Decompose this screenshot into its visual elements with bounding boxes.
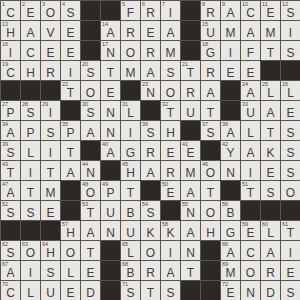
- cell-r6c11[interactable]: T: [201, 101, 221, 121]
- cell-letter: E: [41, 45, 60, 60]
- cell-r5c4[interactable]: 22T: [61, 81, 81, 101]
- cell-letter: R: [201, 65, 220, 80]
- cell-letter: L: [61, 265, 80, 280]
- cell-r12c8[interactable]: K: [141, 221, 161, 241]
- black-cell-r5c3: [41, 81, 61, 101]
- cell-letter: I: [281, 245, 300, 260]
- cell-r7c11[interactable]: 37S: [201, 121, 221, 141]
- cell-letter: A: [241, 85, 260, 100]
- cell-r9c13[interactable]: I: [241, 161, 261, 181]
- cell-letter: E: [221, 65, 240, 80]
- cell-letter: A: [101, 25, 120, 40]
- cell-letter: E: [241, 225, 260, 240]
- cell-r1c9[interactable]: 7I: [161, 1, 181, 21]
- cell-letter: A: [1, 185, 20, 200]
- cell-r7c2[interactable]: P: [21, 121, 41, 141]
- cell-letter: I: [1, 45, 20, 60]
- cell-r4c2[interactable]: H: [21, 61, 41, 81]
- cell-r5c8[interactable]: 23N: [141, 81, 161, 101]
- cell-letter: I: [61, 65, 80, 80]
- cell-r6c14[interactable]: A: [261, 101, 281, 121]
- cell-letter: S: [1, 205, 20, 220]
- cell-r12c6[interactable]: N: [101, 221, 121, 241]
- cell-letter: E: [261, 5, 280, 20]
- cell-r1c15[interactable]: 12S: [281, 1, 300, 21]
- cell-letter: E: [281, 105, 300, 120]
- cell-r1c14[interactable]: 11E: [261, 1, 281, 21]
- cell-r4c5[interactable]: 20S: [81, 61, 101, 81]
- cell-r9c12[interactable]: N: [221, 161, 241, 181]
- cell-letter: R: [141, 265, 160, 280]
- cell-r1c13[interactable]: 10C: [241, 1, 261, 21]
- cell-letter: S: [281, 145, 300, 160]
- black-cell-r10c4: [61, 181, 81, 201]
- cell-letter: R: [181, 85, 200, 100]
- cell-r8c8[interactable]: R: [141, 141, 161, 161]
- cell-r8c15[interactable]: S: [281, 141, 300, 161]
- cell-r6c5[interactable]: 30S: [81, 101, 101, 121]
- cell-r14c2[interactable]: I: [21, 261, 41, 281]
- cell-r13c14[interactable]: A: [261, 241, 281, 261]
- cell-letter: I: [21, 265, 40, 280]
- black-cell-r6c4: [61, 101, 81, 121]
- cell-letter: T: [201, 185, 220, 200]
- cell-r4c6[interactable]: T: [101, 61, 121, 81]
- cell-r3c7[interactable]: O: [121, 41, 141, 61]
- cell-r9c14[interactable]: E: [261, 161, 281, 181]
- cell-r13c10[interactable]: N: [181, 241, 201, 261]
- cell-r6c6[interactable]: N: [101, 101, 121, 121]
- cell-r2c11[interactable]: 15U: [201, 21, 221, 41]
- cell-letter: D: [81, 285, 100, 300]
- cell-r6c10[interactable]: U: [181, 101, 201, 121]
- cell-letter: C: [1, 5, 20, 20]
- cell-letter: D: [261, 285, 280, 300]
- cell-r15c1[interactable]: 70C: [1, 281, 21, 300]
- cell-r1c11[interactable]: 8R: [201, 1, 221, 21]
- cell-r3c12[interactable]: I: [221, 41, 241, 61]
- cell-r8c14[interactable]: K: [261, 141, 281, 161]
- cell-letter: S: [141, 125, 160, 140]
- cell-r9c2[interactable]: I: [21, 161, 41, 181]
- cell-letter: U: [241, 105, 260, 120]
- cell-r11c8[interactable]: 54S: [141, 201, 161, 221]
- cell-letter: I: [161, 245, 180, 260]
- cell-r4c12[interactable]: E: [221, 61, 241, 81]
- cell-r3c1[interactable]: 16I: [1, 41, 21, 61]
- crossword-grid: 1C2E3O4S5F6R7I8R9A10C11E12S13HAVE14AREA1…: [0, 0, 300, 300]
- cell-r8c2[interactable]: L: [21, 141, 41, 161]
- black-cell-r11c13: [241, 201, 261, 221]
- cell-r9c11[interactable]: 46O: [201, 161, 221, 181]
- cell-letter: S: [281, 5, 300, 20]
- cell-r2c15[interactable]: I: [281, 21, 300, 41]
- cell-letter: E: [161, 185, 180, 200]
- black-cell-r13c11: [201, 241, 221, 261]
- cell-letter: M: [221, 25, 240, 40]
- cell-r11c5[interactable]: 53T: [81, 201, 101, 221]
- cell-letter: E: [141, 25, 160, 40]
- cell-r12c12[interactable]: G: [221, 221, 241, 241]
- cell-letter: O: [21, 245, 40, 260]
- cell-r9c8[interactable]: A: [141, 161, 161, 181]
- cell-r13c9[interactable]: I: [161, 241, 181, 261]
- cell-letter: O: [141, 245, 160, 260]
- cell-letter: V: [41, 25, 60, 40]
- cell-r7c12[interactable]: 38A: [221, 121, 241, 141]
- cell-letter: R: [141, 45, 160, 60]
- cell-r10c10[interactable]: A: [181, 181, 201, 201]
- cell-r9c3[interactable]: T: [41, 161, 61, 181]
- cell-r12c5[interactable]: A: [81, 221, 101, 241]
- cell-r3c3[interactable]: E: [41, 41, 61, 61]
- cell-letter: T: [61, 85, 80, 100]
- cell-letter: T: [61, 145, 80, 160]
- cell-letter: M: [181, 165, 200, 180]
- cell-r2c3[interactable]: V: [41, 21, 61, 41]
- cell-letter: H: [161, 125, 180, 140]
- cell-r11c11[interactable]: O: [201, 201, 221, 221]
- cell-r3c8[interactable]: R: [141, 41, 161, 61]
- cell-r14c3[interactable]: S: [41, 261, 61, 281]
- cell-letter: F: [121, 5, 140, 20]
- cell-letter: T: [261, 125, 280, 140]
- cell-letter: L: [261, 225, 280, 240]
- black-cell-r11c9: [161, 201, 181, 221]
- cell-r5c11[interactable]: A: [201, 81, 221, 101]
- cell-r3c14[interactable]: T: [261, 41, 281, 61]
- cell-r4c9[interactable]: S: [161, 61, 181, 81]
- cell-r10c11[interactable]: T: [201, 181, 221, 201]
- cell-r14c9[interactable]: A: [161, 261, 181, 281]
- cell-r7c6[interactable]: N: [101, 121, 121, 141]
- cell-r1c8[interactable]: 6R: [141, 1, 161, 21]
- cell-letter: E: [181, 145, 200, 160]
- cell-r4c8[interactable]: A: [141, 61, 161, 81]
- cell-letter: S: [81, 65, 100, 80]
- cell-r8c12[interactable]: 42Y: [221, 141, 241, 161]
- cell-r9c5[interactable]: 44N: [81, 161, 101, 181]
- cell-r4c1[interactable]: 19C: [1, 61, 21, 81]
- cell-letter: B: [121, 205, 140, 220]
- cell-r12c13[interactable]: 59E: [241, 221, 261, 241]
- cell-r5c14[interactable]: 25L: [261, 81, 281, 101]
- cell-r9c4[interactable]: A: [61, 161, 81, 181]
- cell-r2c7[interactable]: R: [121, 21, 141, 41]
- cell-r12c15[interactable]: 61T: [281, 221, 300, 241]
- cell-letter: B: [121, 265, 140, 280]
- cell-r8c1[interactable]: 39S: [1, 141, 21, 161]
- cell-r7c9[interactable]: H: [161, 121, 181, 141]
- cell-letter: M: [41, 185, 60, 200]
- cell-r15c2[interactable]: L: [21, 281, 41, 300]
- cell-r10c14[interactable]: S: [261, 181, 281, 201]
- cell-r9c7[interactable]: 45H: [121, 161, 141, 181]
- cell-letter: C: [21, 45, 40, 60]
- cell-letter: T: [281, 225, 300, 240]
- cell-r2c2[interactable]: A: [21, 21, 41, 41]
- cell-letter: E: [41, 205, 60, 220]
- cell-letter: N: [101, 45, 120, 60]
- cell-r12c11[interactable]: H: [201, 221, 221, 241]
- cell-r10c7[interactable]: T: [121, 181, 141, 201]
- cell-r15c14[interactable]: D: [261, 281, 281, 300]
- cell-r10c15[interactable]: O: [281, 181, 300, 201]
- cell-letter: A: [1, 125, 20, 140]
- cell-r10c1[interactable]: 47A: [1, 181, 21, 201]
- black-cell-r1c6: [101, 1, 121, 21]
- cell-r12c7[interactable]: U: [121, 221, 141, 241]
- cell-r14c1[interactable]: 67A: [1, 261, 21, 281]
- black-cell-r3c5: [81, 41, 101, 61]
- cell-r14c13[interactable]: O: [241, 261, 261, 281]
- cell-r4c10[interactable]: 21T: [181, 61, 201, 81]
- cell-r13c3[interactable]: 64H: [41, 241, 61, 261]
- cell-letter: K: [161, 225, 180, 240]
- cell-letter: I: [161, 5, 180, 20]
- cell-r15c4[interactable]: E: [61, 281, 81, 300]
- cell-r14c4[interactable]: L: [61, 261, 81, 281]
- cell-r2c14[interactable]: M: [261, 21, 281, 41]
- cell-r10c13[interactable]: 51T: [241, 181, 261, 201]
- cell-letter: A: [221, 125, 240, 140]
- cell-letter: I: [41, 105, 60, 120]
- cell-r11c3[interactable]: E: [41, 201, 61, 221]
- cell-r13c4[interactable]: O: [61, 241, 81, 261]
- cell-letter: T: [201, 105, 220, 120]
- cell-r13c7[interactable]: 65L: [121, 241, 141, 261]
- cell-r4c4[interactable]: I: [61, 61, 81, 81]
- cell-letter: A: [221, 5, 240, 20]
- cell-r3c6[interactable]: 17N: [101, 41, 121, 61]
- cell-r6c13[interactable]: 33U: [241, 101, 261, 121]
- cell-r14c10[interactable]: T: [181, 261, 201, 281]
- cell-r7c15[interactable]: S: [281, 121, 300, 141]
- cell-letter: T: [161, 105, 180, 120]
- black-cell-r10c12: [221, 181, 241, 201]
- cell-letter: P: [21, 125, 40, 140]
- cell-r3c2[interactable]: C: [21, 41, 41, 61]
- cell-letter: P: [101, 185, 120, 200]
- cell-r7c13[interactable]: L: [241, 121, 261, 141]
- cell-letter: E: [101, 85, 120, 100]
- cell-r1c4[interactable]: 4S: [61, 1, 81, 21]
- cell-r2c6[interactable]: 14A: [101, 21, 121, 41]
- cell-letter: T: [81, 245, 100, 260]
- cell-r1c2[interactable]: 2E: [21, 1, 41, 21]
- cell-letter: I: [221, 45, 240, 60]
- cell-r5c6[interactable]: E: [101, 81, 121, 101]
- cell-r13c5[interactable]: T: [81, 241, 101, 261]
- black-cell-r2c10: [181, 21, 201, 41]
- cell-r15c3[interactable]: U: [41, 281, 61, 300]
- cell-r8c3[interactable]: I: [41, 141, 61, 161]
- cell-letter: I: [121, 125, 140, 140]
- cell-r7c4[interactable]: 35P: [61, 121, 81, 141]
- cell-r11c7[interactable]: B: [121, 201, 141, 221]
- cell-r3c13[interactable]: F: [241, 41, 261, 61]
- cell-letter: R: [161, 165, 180, 180]
- cell-letter: A: [261, 245, 280, 260]
- black-cell-r9c6: [101, 161, 121, 181]
- cell-letter: A: [241, 145, 260, 160]
- cell-letter: C: [241, 5, 260, 20]
- cell-r6c3[interactable]: 29I: [41, 101, 61, 121]
- cell-r15c7[interactable]: 71S: [121, 281, 141, 300]
- cell-letter: C: [1, 65, 20, 80]
- cell-r8c7[interactable]: G: [121, 141, 141, 161]
- cell-r8c9[interactable]: E: [161, 141, 181, 161]
- cell-letter: O: [241, 265, 260, 280]
- cell-r8c13[interactable]: A: [241, 141, 261, 161]
- cell-r11c1[interactable]: 52S: [1, 201, 21, 221]
- cell-r12c9[interactable]: 58K: [161, 221, 181, 241]
- black-cell-r12c1: [1, 221, 21, 241]
- cell-letter: R: [141, 145, 160, 160]
- cell-letter: M: [161, 45, 180, 60]
- cell-r13c8[interactable]: O: [141, 241, 161, 261]
- cell-r12c4[interactable]: 57H: [61, 221, 81, 241]
- cell-r15c9[interactable]: S: [161, 281, 181, 300]
- cell-r2c4[interactable]: E: [61, 21, 81, 41]
- cell-r9c15[interactable]: S: [281, 161, 300, 181]
- cell-r6c9[interactable]: 32T: [161, 101, 181, 121]
- cell-letter: T: [181, 265, 200, 280]
- cell-letter: A: [81, 125, 100, 140]
- cell-r13c2[interactable]: 63O: [21, 241, 41, 261]
- cell-r7c14[interactable]: T: [261, 121, 281, 141]
- cell-r8c10[interactable]: 41E: [181, 141, 201, 161]
- black-cell-r7c10: [181, 121, 201, 141]
- cell-r5c13[interactable]: 24A: [241, 81, 261, 101]
- crossword-board: 1C2E3O4S5F6R7I8R9A10C11E12S13HAVE14AREA1…: [0, 0, 300, 300]
- black-cell-r6c12: [221, 101, 241, 121]
- cell-r4c11[interactable]: R: [201, 61, 221, 81]
- cell-r15c5[interactable]: D: [81, 281, 101, 300]
- cell-r4c3[interactable]: R: [41, 61, 61, 81]
- cell-r10c5[interactable]: 48O: [81, 181, 101, 201]
- cell-r7c7[interactable]: I: [121, 121, 141, 141]
- cell-r15c8[interactable]: T: [141, 281, 161, 300]
- cell-letter: S: [141, 205, 160, 220]
- cell-r15c13[interactable]: N: [241, 281, 261, 300]
- cell-r1c1[interactable]: 1C: [1, 1, 21, 21]
- cell-r5c10[interactable]: R: [181, 81, 201, 101]
- black-cell-r13c6: [101, 241, 121, 261]
- cell-letter: N: [241, 285, 260, 300]
- cell-letter: O: [81, 85, 100, 100]
- cell-letter: T: [261, 45, 280, 60]
- cell-r13c1[interactable]: 62S: [1, 241, 21, 261]
- cell-r13c15[interactable]: I: [281, 241, 300, 261]
- cell-letter: S: [61, 5, 80, 20]
- cell-letter: S: [41, 125, 60, 140]
- cell-r11c12[interactable]: 56B: [221, 201, 241, 221]
- cell-r6c7[interactable]: 31L: [121, 101, 141, 121]
- cell-r1c12[interactable]: 9A: [221, 1, 241, 21]
- cell-letter: T: [21, 185, 40, 200]
- cell-r14c15[interactable]: E: [281, 261, 300, 281]
- black-cell-r5c1: [1, 81, 21, 101]
- cell-r14c14[interactable]: R: [261, 261, 281, 281]
- cell-r9c1[interactable]: 43T: [1, 161, 21, 181]
- cell-letter: A: [61, 165, 80, 180]
- black-cell-r2c5: [81, 21, 101, 41]
- cell-r14c5[interactable]: E: [81, 261, 101, 281]
- cell-r2c1[interactable]: 13H: [1, 21, 21, 41]
- cell-r6c15[interactable]: E: [281, 101, 300, 121]
- cell-r3c4[interactable]: E: [61, 41, 81, 61]
- cell-r12c14[interactable]: 60L: [261, 221, 281, 241]
- cell-letter: A: [81, 225, 100, 240]
- cell-r6c1[interactable]: 27P: [1, 101, 21, 121]
- cell-letter: A: [1, 265, 20, 280]
- cell-r14c8[interactable]: R: [141, 261, 161, 281]
- cell-r11c6[interactable]: U: [101, 201, 121, 221]
- cell-r5c9[interactable]: O: [161, 81, 181, 101]
- cell-letter: K: [141, 225, 160, 240]
- cell-r9c10[interactable]: M: [181, 161, 201, 181]
- cell-r12c10[interactable]: A: [181, 221, 201, 241]
- cell-r7c3[interactable]: S: [41, 121, 61, 141]
- cell-letter: P: [61, 125, 80, 140]
- cell-r2c8[interactable]: E: [141, 21, 161, 41]
- cell-letter: K: [261, 145, 280, 160]
- cell-r1c7[interactable]: 5F: [121, 1, 141, 21]
- cell-r14c12[interactable]: 69M: [221, 261, 241, 281]
- cell-r13c12[interactable]: 66A: [221, 241, 241, 261]
- cell-r11c2[interactable]: S: [21, 201, 41, 221]
- cell-r11c10[interactable]: 55N: [181, 201, 201, 221]
- cell-r10c3[interactable]: M: [41, 181, 61, 201]
- cell-r5c5[interactable]: O: [81, 81, 101, 101]
- cell-r15c15[interactable]: S: [281, 281, 300, 300]
- cell-letter: F: [241, 45, 260, 60]
- cell-r7c8[interactable]: 36S: [141, 121, 161, 141]
- cell-r7c1[interactable]: 34A: [1, 121, 21, 141]
- cell-r10c6[interactable]: 49P: [101, 181, 121, 201]
- cell-r2c13[interactable]: A: [241, 21, 261, 41]
- cell-letter: B: [221, 205, 240, 220]
- cell-r1c3[interactable]: 3O: [41, 1, 61, 21]
- cell-r4c7[interactable]: M: [121, 61, 141, 81]
- cell-letter: S: [121, 285, 140, 300]
- cell-r2c12[interactable]: M: [221, 21, 241, 41]
- cell-letter: S: [201, 125, 220, 140]
- cell-r4c13[interactable]: E: [241, 61, 261, 81]
- cell-r2c9[interactable]: A: [161, 21, 181, 41]
- cell-r14c7[interactable]: 68B: [121, 261, 141, 281]
- cell-r3c11[interactable]: 18G: [201, 41, 221, 61]
- cell-letter: R: [261, 265, 280, 280]
- cell-letter: A: [141, 165, 160, 180]
- cell-r10c2[interactable]: T: [21, 181, 41, 201]
- cell-letter: S: [81, 105, 100, 120]
- cell-r6c2[interactable]: 28S: [21, 101, 41, 121]
- cell-r7c5[interactable]: A: [81, 121, 101, 141]
- cell-r13c13[interactable]: C: [241, 241, 261, 261]
- cell-r8c4[interactable]: T: [61, 141, 81, 161]
- cell-r15c12[interactable]: 72E: [221, 281, 241, 300]
- cell-r5c15[interactable]: 26L: [281, 81, 300, 101]
- cell-r3c15[interactable]: S: [281, 41, 300, 61]
- cell-r3c9[interactable]: M: [161, 41, 181, 61]
- cell-r8c6[interactable]: 40A: [101, 141, 121, 161]
- cell-letter: S: [41, 265, 60, 280]
- cell-r9c9[interactable]: R: [161, 161, 181, 181]
- cell-letter: S: [161, 285, 180, 300]
- cell-r10c9[interactable]: 50E: [161, 181, 181, 201]
